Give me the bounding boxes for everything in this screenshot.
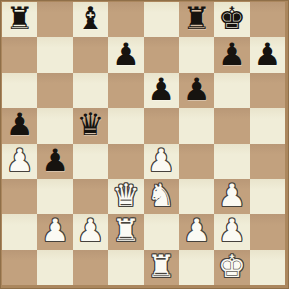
square-f2[interactable]: ♟: [179, 214, 214, 249]
square-a1[interactable]: [2, 250, 37, 285]
square-g4[interactable]: [214, 144, 249, 179]
square-f3[interactable]: [179, 179, 214, 214]
square-e7[interactable]: [144, 37, 179, 72]
square-h3[interactable]: [250, 179, 285, 214]
square-d6[interactable]: [108, 73, 143, 108]
square-e2[interactable]: [144, 214, 179, 249]
piece-black-pawn[interactable]: ♟: [6, 109, 34, 140]
square-e3[interactable]: ♞: [144, 179, 179, 214]
piece-black-pawn[interactable]: ♟: [218, 39, 246, 70]
piece-white-pawn[interactable]: ♟: [183, 215, 211, 246]
square-d2[interactable]: ♜: [108, 214, 143, 249]
piece-black-pawn[interactable]: ♟: [41, 145, 69, 176]
square-b7[interactable]: [37, 37, 72, 72]
square-b6[interactable]: [37, 73, 72, 108]
square-a8[interactable]: ♜: [2, 2, 37, 37]
square-b4[interactable]: ♟: [37, 144, 72, 179]
square-a6[interactable]: [2, 73, 37, 108]
chess-board-frame: ♜♝♜♚♟♟♟♟♟♟♛♟♟♟♛♞♟♟♟♜♟♟♜♚: [0, 0, 289, 289]
square-h2[interactable]: [250, 214, 285, 249]
square-b8[interactable]: [37, 2, 72, 37]
square-h5[interactable]: [250, 108, 285, 143]
piece-black-pawn[interactable]: ♟: [183, 74, 211, 105]
square-d5[interactable]: [108, 108, 143, 143]
square-a7[interactable]: [2, 37, 37, 72]
piece-white-pawn[interactable]: ♟: [6, 145, 34, 176]
square-f4[interactable]: [179, 144, 214, 179]
piece-white-rook[interactable]: ♜: [147, 251, 175, 282]
square-c6[interactable]: [73, 73, 108, 108]
square-a5[interactable]: ♟: [2, 108, 37, 143]
square-g1[interactable]: ♚: [214, 250, 249, 285]
piece-white-pawn[interactable]: ♟: [147, 145, 175, 176]
square-h6[interactable]: [250, 73, 285, 108]
square-c8[interactable]: ♝: [73, 2, 108, 37]
chess-board: ♜♝♜♚♟♟♟♟♟♟♛♟♟♟♛♞♟♟♟♜♟♟♜♚: [2, 2, 285, 285]
piece-black-bishop[interactable]: ♝: [77, 3, 105, 34]
piece-white-pawn[interactable]: ♟: [77, 215, 105, 246]
piece-white-rook[interactable]: ♜: [112, 215, 140, 246]
square-d4[interactable]: [108, 144, 143, 179]
square-d7[interactable]: ♟: [108, 37, 143, 72]
piece-black-queen[interactable]: ♛: [77, 109, 105, 140]
square-e6[interactable]: ♟: [144, 73, 179, 108]
square-a3[interactable]: [2, 179, 37, 214]
square-f6[interactable]: ♟: [179, 73, 214, 108]
square-b3[interactable]: [37, 179, 72, 214]
square-g2[interactable]: ♟: [214, 214, 249, 249]
square-e4[interactable]: ♟: [144, 144, 179, 179]
square-f5[interactable]: [179, 108, 214, 143]
square-c4[interactable]: [73, 144, 108, 179]
square-f8[interactable]: ♜: [179, 2, 214, 37]
square-h8[interactable]: [250, 2, 285, 37]
square-a4[interactable]: ♟: [2, 144, 37, 179]
piece-black-pawn[interactable]: ♟: [253, 39, 281, 70]
piece-white-knight[interactable]: ♞: [147, 180, 175, 211]
piece-white-queen[interactable]: ♛: [112, 180, 140, 211]
square-e8[interactable]: [144, 2, 179, 37]
square-e1[interactable]: ♜: [144, 250, 179, 285]
square-h1[interactable]: [250, 250, 285, 285]
square-g6[interactable]: [214, 73, 249, 108]
square-h7[interactable]: ♟: [250, 37, 285, 72]
piece-white-pawn[interactable]: ♟: [41, 215, 69, 246]
square-h4[interactable]: [250, 144, 285, 179]
square-g7[interactable]: ♟: [214, 37, 249, 72]
square-b5[interactable]: [37, 108, 72, 143]
square-g8[interactable]: ♚: [214, 2, 249, 37]
square-b2[interactable]: ♟: [37, 214, 72, 249]
piece-white-king[interactable]: ♚: [218, 251, 246, 282]
square-d3[interactable]: ♛: [108, 179, 143, 214]
square-d8[interactable]: [108, 2, 143, 37]
square-c5[interactable]: ♛: [73, 108, 108, 143]
square-g3[interactable]: ♟: [214, 179, 249, 214]
square-c7[interactable]: [73, 37, 108, 72]
square-c1[interactable]: [73, 250, 108, 285]
square-a2[interactable]: [2, 214, 37, 249]
piece-black-rook[interactable]: ♜: [6, 3, 34, 34]
piece-white-pawn[interactable]: ♟: [218, 215, 246, 246]
piece-black-rook[interactable]: ♜: [183, 3, 211, 34]
piece-black-pawn[interactable]: ♟: [147, 74, 175, 105]
square-f7[interactable]: [179, 37, 214, 72]
square-b1[interactable]: [37, 250, 72, 285]
piece-black-pawn[interactable]: ♟: [112, 39, 140, 70]
square-e5[interactable]: [144, 108, 179, 143]
square-c2[interactable]: ♟: [73, 214, 108, 249]
square-c3[interactable]: [73, 179, 108, 214]
square-g5[interactable]: [214, 108, 249, 143]
square-f1[interactable]: [179, 250, 214, 285]
square-d1[interactable]: [108, 250, 143, 285]
piece-black-king[interactable]: ♚: [218, 3, 246, 34]
piece-white-pawn[interactable]: ♟: [218, 180, 246, 211]
